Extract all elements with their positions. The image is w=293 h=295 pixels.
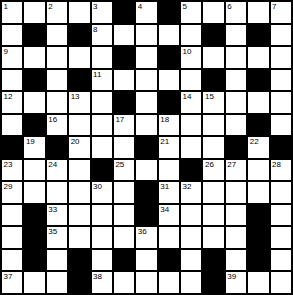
cell-r6c5[interactable] [92,115,112,136]
black-cell-r4c2 [24,70,44,91]
cell-r11c10[interactable] [203,227,223,248]
cell-r3c2[interactable] [24,47,44,68]
clue-number: 18 [160,115,169,124]
clue-number: 2 [48,2,52,11]
cell-r13c11[interactable]: 39 [226,272,246,293]
cell-r11c11[interactable] [226,227,246,248]
cell-r2c13[interactable] [271,25,291,46]
cell-r8c8[interactable] [159,160,179,181]
cell-r6c13[interactable] [271,115,291,136]
cell-r3c13[interactable] [271,47,291,68]
cell-r6c4[interactable] [69,115,89,136]
cell-r3c1[interactable]: 9 [2,47,22,68]
cell-r9c12[interactable] [248,182,268,203]
black-cell-r1c8 [159,2,179,23]
cell-r6c11[interactable] [226,115,246,136]
cell-r11c5[interactable] [92,227,112,248]
cell-r8c2[interactable] [24,160,44,181]
clue-number: 11 [93,70,101,79]
crossword-grid: 1234567891011121314151617181920212223242… [0,0,293,295]
clue-number: 34 [160,205,169,214]
clue-number: 39 [227,272,236,281]
cell-r8c13[interactable]: 28 [271,160,291,181]
clue-number: 17 [115,115,124,124]
cell-r11c13[interactable] [271,227,291,248]
cell-r2c5[interactable]: 8 [92,25,112,46]
cell-r6c3[interactable]: 16 [47,115,67,136]
black-cell-r13c10 [203,272,223,293]
cell-r4c3[interactable] [47,70,67,91]
black-cell-r6c2 [24,115,44,136]
cell-r3c7[interactable] [136,47,156,68]
cell-r1c4[interactable] [69,2,89,23]
black-cell-r1c6 [114,2,134,23]
cell-r8c10[interactable]: 26 [203,160,223,181]
cell-r9c1[interactable]: 29 [2,182,22,203]
cell-r11c7[interactable]: 36 [136,227,156,248]
clue-number: 36 [138,227,147,236]
cell-r1c10[interactable] [203,2,223,23]
black-cell-r11c12 [248,227,268,248]
clue-number: 4 [138,2,142,11]
cell-r10c13[interactable] [271,205,291,226]
clue-number: 25 [115,160,124,169]
cell-r1c3[interactable]: 2 [47,2,67,23]
cell-r6c10[interactable] [203,115,223,136]
clue-number: 15 [205,92,214,101]
cell-r5c4[interactable]: 13 [69,92,89,113]
clue-number: 21 [160,137,169,146]
cell-r1c2[interactable] [24,2,44,23]
cell-r10c10[interactable] [203,205,223,226]
cell-r6c1[interactable] [2,115,22,136]
black-cell-r12c4 [69,250,89,271]
clue-number: 33 [48,205,57,214]
clue-number: 38 [93,272,102,281]
cell-r8c11[interactable]: 27 [226,160,246,181]
cell-r6c9[interactable] [181,115,201,136]
cell-r7c5[interactable] [92,137,112,158]
cell-r5c9[interactable]: 14 [181,92,201,113]
cell-r9c9[interactable]: 32 [181,182,201,203]
cell-r3c11[interactable] [226,47,246,68]
cell-r10c3[interactable]: 33 [47,205,67,226]
clue-number: 6 [227,2,231,11]
cell-r11c9[interactable] [181,227,201,248]
clue-number: 31 [160,182,169,191]
cell-r6c6[interactable]: 17 [114,115,134,136]
cell-r2c1[interactable] [2,25,22,46]
clue-number: 27 [227,160,236,169]
cell-r7c9[interactable] [181,137,201,158]
cell-r7c10[interactable] [203,137,223,158]
clue-number: 35 [48,227,57,236]
cell-r10c6[interactable] [114,205,134,226]
cell-r1c1[interactable]: 1 [2,2,22,23]
clue-number: 24 [48,160,57,169]
cell-r2c8[interactable] [159,25,179,46]
cell-r3c9[interactable]: 10 [181,47,201,68]
clue-number: 3 [93,2,97,11]
black-cell-r9c7 [136,182,156,203]
black-cell-r11c2 [24,227,44,248]
black-cell-r4c10 [203,70,223,91]
black-cell-r7c1 [2,137,22,158]
clue-number: 29 [4,182,13,191]
black-cell-r12c2 [24,250,44,271]
cell-r13c1[interactable]: 37 [2,272,22,293]
cell-r4c13[interactable] [271,70,291,91]
cell-r12c1[interactable] [2,250,22,271]
black-cell-r10c12 [248,205,268,226]
cell-r11c6[interactable] [114,227,134,248]
cell-r2c11[interactable] [226,25,246,46]
cell-r4c7[interactable] [136,70,156,91]
cell-r5c10[interactable]: 15 [203,92,223,113]
cell-r4c5[interactable]: 11 [92,70,112,91]
cell-r8c7[interactable] [136,160,156,181]
black-cell-r7c13 [271,137,291,158]
cell-r9c8[interactable]: 31 [159,182,179,203]
cell-r5c1[interactable]: 12 [2,92,22,113]
cell-r8c6[interactable]: 25 [114,160,134,181]
cell-r13c13[interactable] [271,272,291,293]
clue-number: 30 [93,182,102,191]
cell-r13c9[interactable] [181,272,201,293]
black-cell-r8c5 [92,160,112,181]
cell-r3c4[interactable] [69,47,89,68]
clue-number: 9 [4,47,8,56]
cell-r11c8[interactable] [159,227,179,248]
cell-r5c3[interactable] [47,92,67,113]
clue-number: 20 [71,137,80,146]
cell-r2c6[interactable] [114,25,134,46]
black-cell-r6c12 [248,115,268,136]
crossword-board: 1234567891011121314151617181920212223242… [0,0,293,295]
cell-r1c9[interactable]: 5 [181,2,201,23]
black-cell-r12c10 [203,250,223,271]
cell-r11c1[interactable] [2,227,22,248]
cell-r9c3[interactable] [47,182,67,203]
clue-number: 16 [48,115,57,124]
cell-r13c2[interactable] [24,272,44,293]
black-cell-r2c10 [203,25,223,46]
cell-r8c3[interactable]: 24 [47,160,67,181]
black-cell-r2c2 [24,25,44,46]
black-cell-r3c8 [159,47,179,68]
cell-r9c10[interactable] [203,182,223,203]
cell-r4c8[interactable] [159,70,179,91]
cell-r4c6[interactable] [114,70,134,91]
cell-r10c5[interactable] [92,205,112,226]
cell-r13c3[interactable] [47,272,67,293]
clue-number: 13 [71,92,80,101]
cell-r3c5[interactable] [92,47,112,68]
cell-r4c9[interactable] [181,70,201,91]
cell-r7c4[interactable]: 20 [69,137,89,158]
black-cell-r3c6 [114,47,134,68]
cell-r7c2[interactable]: 19 [24,137,44,158]
cell-r9c2[interactable] [24,182,44,203]
clue-number: 12 [4,92,13,101]
cell-r5c2[interactable] [24,92,44,113]
black-cell-r10c2 [24,205,44,226]
clue-number: 1 [4,2,8,11]
cell-r1c12[interactable] [248,2,268,23]
black-cell-r10c7 [136,205,156,226]
cell-r4c1[interactable] [2,70,22,91]
cell-r5c5[interactable] [92,92,112,113]
black-cell-r5c8 [159,92,179,113]
clue-number: 37 [4,272,13,281]
clue-number: 19 [26,137,35,146]
cell-r1c5[interactable]: 3 [92,2,112,23]
cell-r3c10[interactable] [203,47,223,68]
cell-r8c12[interactable] [248,160,268,181]
cell-r5c13[interactable] [271,92,291,113]
cell-r11c4[interactable] [69,227,89,248]
cell-r9c6[interactable] [114,182,134,203]
cell-r9c11[interactable] [226,182,246,203]
black-cell-r7c3 [47,137,67,158]
cell-r5c11[interactable] [226,92,246,113]
cell-r7c6[interactable] [114,137,134,158]
cell-r9c5[interactable]: 30 [92,182,112,203]
cell-r10c1[interactable] [2,205,22,226]
cell-r13c6[interactable] [114,272,134,293]
cell-r5c12[interactable] [248,92,268,113]
cell-r12c3[interactable] [47,250,67,271]
black-cell-r12c12 [248,250,268,271]
cell-r11c3[interactable]: 35 [47,227,67,248]
clue-number: 28 [272,160,281,169]
clue-number: 10 [183,47,192,56]
black-cell-r5c6 [114,92,134,113]
cell-r1c11[interactable]: 6 [226,2,246,23]
cell-r13c5[interactable]: 38 [92,272,112,293]
cell-r8c4[interactable] [69,160,89,181]
cell-r13c8[interactable] [159,272,179,293]
cell-r5c7[interactable] [136,92,156,113]
black-cell-r13c4 [69,272,89,293]
cell-r13c7[interactable] [136,272,156,293]
clue-number: 23 [4,160,13,169]
cell-r2c3[interactable] [47,25,67,46]
cell-r3c12[interactable] [248,47,268,68]
cell-r9c4[interactable] [69,182,89,203]
cell-r12c9[interactable] [181,250,201,271]
cell-r13c12[interactable] [248,272,268,293]
clue-number: 5 [183,2,187,11]
black-cell-r4c12 [248,70,268,91]
clue-number: 14 [183,92,192,101]
cell-r12c5[interactable] [92,250,112,271]
black-cell-r12c8 [159,250,179,271]
cell-r12c11[interactable] [226,250,246,271]
cell-r12c7[interactable] [136,250,156,271]
black-cell-r2c12 [248,25,268,46]
cell-r12c13[interactable] [271,250,291,271]
cell-r4c11[interactable] [226,70,246,91]
cell-r10c8[interactable]: 34 [159,205,179,226]
cell-r6c7[interactable] [136,115,156,136]
black-cell-r8c9 [181,160,201,181]
cell-r6c8[interactable]: 18 [159,115,179,136]
cell-r9c13[interactable] [271,182,291,203]
black-cell-r4c4 [69,70,89,91]
black-cell-r7c11 [226,137,246,158]
cell-r10c11[interactable] [226,205,246,226]
cell-r1c7[interactable]: 4 [136,2,156,23]
black-cell-r2c4 [69,25,89,46]
cell-r10c9[interactable] [181,205,201,226]
clue-number: 8 [93,25,97,34]
black-cell-r7c7 [136,137,156,158]
clue-number: 26 [205,160,214,169]
clue-number: 22 [250,137,259,146]
clue-number: 7 [272,2,276,11]
black-cell-r12c6 [114,250,134,271]
cell-r7c8[interactable]: 21 [159,137,179,158]
cell-r10c4[interactable] [69,205,89,226]
cell-r1c13[interactable]: 7 [271,2,291,23]
cell-r2c9[interactable] [181,25,201,46]
cell-r8c1[interactable]: 23 [2,160,22,181]
cell-r7c12[interactable]: 22 [248,137,268,158]
clue-number: 32 [183,182,192,191]
cell-r2c7[interactable] [136,25,156,46]
cell-r3c3[interactable] [47,47,67,68]
